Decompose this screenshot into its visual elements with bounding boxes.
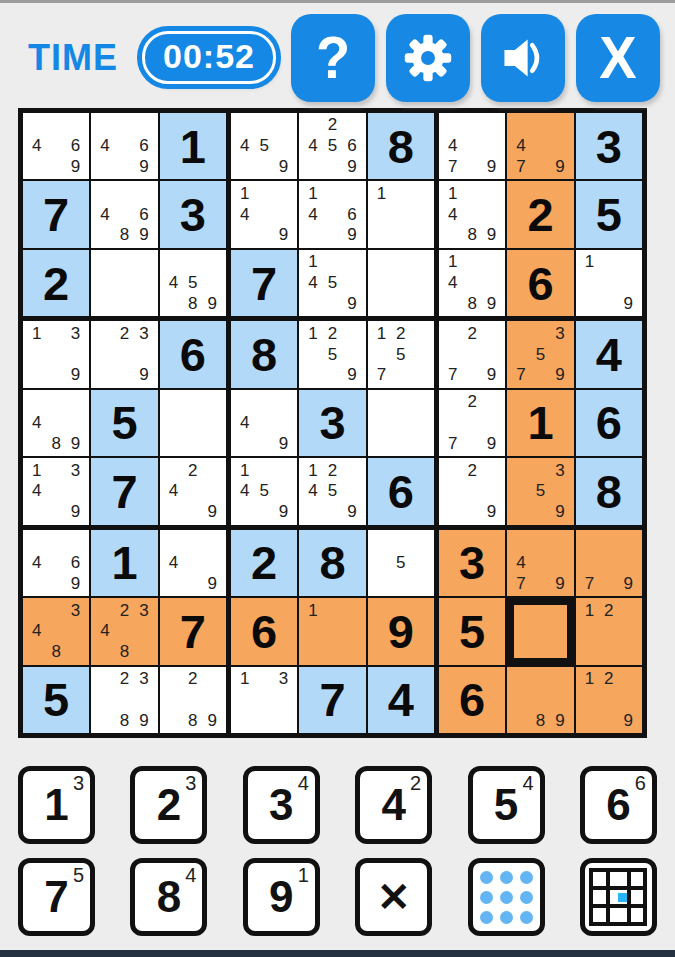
box-3: 47947931489251489619 — [439, 113, 642, 316]
cell-value: 2 — [43, 256, 69, 311]
digit-key-6[interactable]: 66 — [580, 766, 657, 844]
cell-r9c7[interactable]: 6 — [439, 667, 505, 733]
pencil-marks: 89 — [511, 669, 569, 731]
cell-value: 1 — [527, 395, 553, 450]
pencil-marks: 348 — [27, 600, 85, 662]
digit-count-badge: 3 — [185, 772, 196, 795]
cell-r3c2[interactable] — [91, 250, 157, 316]
cell-r1c3[interactable]: 1 — [160, 113, 226, 179]
cell-r6c8[interactable]: 359 — [507, 458, 573, 524]
pencil-dots-icon — [480, 871, 533, 924]
cell-value: 3 — [459, 535, 485, 590]
box-1: 469469174689324589 — [23, 113, 226, 316]
digit-label: 1 — [44, 783, 68, 827]
close-button[interactable]: X — [576, 14, 660, 102]
cell-value: 6 — [527, 256, 553, 311]
digit-count-badge: 1 — [298, 864, 309, 887]
cell-value: 1 — [180, 119, 206, 174]
digit-key-4[interactable]: 42 — [355, 766, 432, 844]
pencil-marks: 24569 — [303, 115, 361, 177]
cell-r9c2[interactable]: 2389 — [91, 667, 157, 733]
cell-r5c4[interactable]: 49 — [231, 390, 297, 456]
pencil-marks: 1 — [303, 600, 361, 662]
cell-value: 7 — [319, 672, 345, 727]
cell-r9c4[interactable]: 13 — [231, 667, 297, 733]
digit-label: 3 — [269, 783, 293, 827]
cell-r9c1[interactable]: 5 — [23, 667, 89, 733]
cell-r1c4[interactable]: 459 — [231, 113, 297, 179]
box-5: 8125912574931459124596 — [231, 321, 434, 524]
cell-r7c7[interactable]: 3 — [439, 530, 505, 596]
timer-display: 00:52 — [142, 31, 276, 84]
settings-button[interactable] — [386, 14, 470, 102]
cell-r1c8[interactable]: 479 — [507, 113, 573, 179]
pencil-marks: 489 — [27, 392, 85, 454]
question-icon: ? — [316, 28, 350, 87]
pencil-marks: 1489 — [443, 252, 501, 314]
cell-value: 5 — [459, 604, 485, 659]
pencil-marks: 1259 — [303, 323, 361, 385]
cell-r8c7[interactable]: 5 — [439, 598, 505, 664]
digit-count-badge: 3 — [73, 772, 84, 795]
digit-label: 9 — [269, 875, 293, 919]
cell-r7c1[interactable]: 469 — [23, 530, 89, 596]
cell-r4c4[interactable]: 8 — [231, 321, 297, 387]
digit-count-badge: 2 — [410, 772, 421, 795]
cell-r4c8[interactable]: 3579 — [507, 321, 573, 387]
pencil-marks: 12 — [580, 600, 638, 662]
cell-r6c7[interactable]: 29 — [439, 458, 505, 524]
cell-value: 9 — [388, 604, 414, 659]
sound-button[interactable] — [481, 14, 565, 102]
pencil-marks: 19 — [580, 252, 638, 314]
cell-r6c1[interactable]: 1349 — [23, 458, 89, 524]
cell-value: 5 — [43, 672, 69, 727]
digit-count-badge: 4 — [522, 772, 533, 795]
cell-r4c3[interactable]: 6 — [160, 321, 226, 387]
auto-candidates-button[interactable] — [580, 858, 657, 936]
pencil-marks: 2389 — [95, 669, 153, 731]
cell-r2c5[interactable]: 1469 — [299, 181, 365, 247]
pencil-marks: 79 — [580, 532, 638, 594]
digit-label: 8 — [157, 875, 181, 919]
pencil-marks: 479 — [511, 532, 569, 594]
cell-r1c5[interactable]: 24569 — [299, 113, 365, 179]
digit-label: 6 — [606, 783, 630, 827]
cell-r8c3[interactable]: 7 — [160, 598, 226, 664]
cell-value: 2 — [251, 535, 277, 590]
pencil-marks: 3579 — [511, 323, 569, 385]
cell-r2c7[interactable]: 1489 — [439, 181, 505, 247]
cell-r9c6[interactable]: 4 — [368, 667, 434, 733]
cell-r3c3[interactable]: 4589 — [160, 250, 226, 316]
digit-label: 5 — [494, 783, 518, 827]
cell-value: 7 — [251, 256, 277, 311]
box-7: 4691493482348752389289 — [23, 530, 226, 733]
cell-r1c1[interactable]: 469 — [23, 113, 89, 179]
pencil-marks: 5 — [372, 532, 430, 594]
digit-count-badge: 5 — [73, 864, 84, 887]
cell-r7c4[interactable]: 2 — [231, 530, 297, 596]
box-2: 4592456981491469171459 — [231, 113, 434, 316]
cell-r4c6[interactable]: 1257 — [368, 321, 434, 387]
cell-value: 5 — [596, 187, 622, 242]
cell-r3c9[interactable]: 19 — [576, 250, 642, 316]
pencil-marks: 249 — [164, 460, 222, 522]
digit-count-badge: 6 — [635, 772, 646, 795]
pencil-marks: 469 — [27, 532, 85, 594]
cell-value: 6 — [180, 327, 206, 382]
box-8: 2856191374 — [231, 530, 434, 733]
erase-button[interactable]: ✕ — [355, 858, 432, 936]
cell-r8c1[interactable]: 348 — [23, 598, 89, 664]
box-9: 347979512689129 — [439, 530, 642, 733]
pencil-marks: 279 — [443, 392, 501, 454]
sudoku-board: 4694691746893245894592456981491469171459… — [18, 108, 647, 738]
cell-value: 6 — [459, 672, 485, 727]
digit-count-badge: 4 — [298, 772, 309, 795]
cell-r3c1[interactable]: 2 — [23, 250, 89, 316]
pencil-marks: 129 — [580, 669, 638, 731]
pencil-marks: 4689 — [95, 183, 153, 245]
cell-r9c5[interactable]: 7 — [299, 667, 365, 733]
pencil-marks-button[interactable] — [468, 858, 545, 936]
pencil-marks: 4589 — [164, 252, 222, 314]
cell-r7c9[interactable]: 79 — [576, 530, 642, 596]
speaker-icon — [494, 29, 552, 87]
pencil-marks: 149 — [235, 183, 293, 245]
cell-value: 8 — [319, 535, 345, 590]
cell-r5c9[interactable]: 6 — [576, 390, 642, 456]
pencil-marks: 1459 — [235, 460, 293, 522]
cell-value: 3 — [596, 119, 622, 174]
cell-r9c3[interactable]: 289 — [160, 667, 226, 733]
digit-key-2[interactable]: 23 — [130, 766, 207, 844]
cell-r4c2[interactable]: 239 — [91, 321, 157, 387]
pencil-marks: 279 — [443, 323, 501, 385]
header-buttons: ? — [291, 14, 660, 102]
cell-r2c4[interactable]: 149 — [231, 181, 297, 247]
cell-r6c5[interactable]: 12459 — [299, 458, 365, 524]
cell-r6c3[interactable]: 249 — [160, 458, 226, 524]
selected-cell-r8c8[interactable] — [507, 598, 573, 664]
pencil-marks: 479 — [511, 115, 569, 177]
cell-r3c7[interactable]: 1489 — [439, 250, 505, 316]
pencil-marks: 459 — [235, 115, 293, 177]
pencil-marks: 13 — [235, 669, 293, 731]
cell-r6c9[interactable]: 8 — [576, 458, 642, 524]
digit-key-1[interactable]: 13 — [18, 766, 95, 844]
cell-r6c4[interactable]: 1459 — [231, 458, 297, 524]
cell-r2c6[interactable]: 1 — [368, 181, 434, 247]
cell-value: 7 — [111, 464, 137, 519]
digit-count-badge: 4 — [185, 864, 196, 887]
pencil-marks: 469 — [95, 115, 153, 177]
pencil-marks: 289 — [164, 669, 222, 731]
erase-icon: ✕ — [377, 874, 411, 920]
pencil-marks: 29 — [443, 460, 501, 522]
cell-value: 8 — [388, 119, 414, 174]
cell-r2c9[interactable]: 5 — [576, 181, 642, 247]
pencil-marks: 239 — [95, 323, 153, 385]
pencil-marks: 1257 — [372, 323, 430, 385]
cell-value: 7 — [180, 604, 206, 659]
cell-r9c8[interactable]: 89 — [507, 667, 573, 733]
cell-r8c4[interactable]: 6 — [231, 598, 297, 664]
cell-value: 3 — [319, 395, 345, 450]
cell-r7c5[interactable]: 8 — [299, 530, 365, 596]
cell-r1c2[interactable]: 469 — [91, 113, 157, 179]
number-pad: 132334425466 758491✕ — [18, 766, 657, 936]
digit-key-5[interactable]: 54 — [468, 766, 545, 844]
close-icon: X — [599, 28, 636, 87]
cell-r6c6[interactable]: 6 — [368, 458, 434, 524]
cell-r8c9[interactable]: 12 — [576, 598, 642, 664]
cell-value: 6 — [251, 604, 277, 659]
cell-r7c3[interactable]: 49 — [160, 530, 226, 596]
cell-r7c6[interactable]: 5 — [368, 530, 434, 596]
cell-r3c8[interactable]: 6 — [507, 250, 573, 316]
cell-r3c4[interactable]: 7 — [231, 250, 297, 316]
cell-r7c2[interactable]: 1 — [91, 530, 157, 596]
pencil-marks: 469 — [27, 115, 85, 177]
cell-r2c8[interactable]: 2 — [507, 181, 573, 247]
cell-r5c7[interactable]: 279 — [439, 390, 505, 456]
header: TIME 00:52 ? — [0, 3, 675, 102]
cell-r5c3[interactable] — [160, 390, 226, 456]
box-4: 1392396489513497249 — [23, 321, 226, 524]
cell-value: 2 — [527, 187, 553, 242]
pencil-marks: 12459 — [303, 460, 361, 522]
cell-value: 7 — [43, 187, 69, 242]
pencil-marks: 2348 — [95, 600, 153, 662]
cell-r8c2[interactable]: 2348 — [91, 598, 157, 664]
cell-value: 3 — [180, 187, 206, 242]
cell-r2c2[interactable]: 4689 — [91, 181, 157, 247]
cell-r7c8[interactable]: 479 — [507, 530, 573, 596]
cell-r6c2[interactable]: 7 — [91, 458, 157, 524]
cell-value: 1 — [111, 535, 137, 590]
digit-key-7[interactable]: 75 — [18, 858, 95, 936]
cell-value: 8 — [251, 327, 277, 382]
pencil-marks: 139 — [27, 323, 85, 385]
pencil-marks: 479 — [443, 115, 501, 177]
cell-r8c5[interactable]: 1 — [299, 598, 365, 664]
cell-r5c6[interactable] — [368, 390, 434, 456]
pencil-marks: 1489 — [443, 183, 501, 245]
bottom-divider — [0, 950, 675, 957]
cell-r2c3[interactable]: 3 — [160, 181, 226, 247]
pencil-marks: 49 — [164, 532, 222, 594]
mini-grid-icon — [589, 868, 647, 926]
pencil-marks: 1459 — [303, 252, 361, 314]
cell-r4c7[interactable]: 279 — [439, 321, 505, 387]
cell-r8c6[interactable]: 9 — [368, 598, 434, 664]
cell-r3c5[interactable]: 1459 — [299, 250, 365, 316]
cell-value: 5 — [111, 395, 137, 450]
cell-r5c1[interactable]: 489 — [23, 390, 89, 456]
digit-label: 7 — [44, 875, 68, 919]
pencil-marks: 359 — [511, 460, 569, 522]
cell-r4c5[interactable]: 1259 — [299, 321, 365, 387]
number-pad-row-2: 758491✕ — [18, 858, 657, 936]
cell-value: 4 — [596, 327, 622, 382]
pencil-marks: 1469 — [303, 183, 361, 245]
digit-key-8[interactable]: 84 — [130, 858, 207, 936]
cell-r5c8[interactable]: 1 — [507, 390, 573, 456]
gear-icon — [399, 29, 457, 87]
digit-label: 4 — [381, 783, 405, 827]
cell-r9c9[interactable]: 129 — [576, 667, 642, 733]
pencil-marks: 1 — [372, 183, 430, 245]
digit-label: 2 — [157, 783, 181, 827]
time-label: TIME — [28, 37, 118, 79]
cell-r1c7[interactable]: 479 — [439, 113, 505, 179]
cell-value: 6 — [388, 464, 414, 519]
cell-r5c2[interactable]: 5 — [91, 390, 157, 456]
cell-r5c5[interactable]: 3 — [299, 390, 365, 456]
cell-value: 4 — [388, 672, 414, 727]
cell-value: 8 — [596, 464, 622, 519]
pencil-marks: 49 — [235, 392, 293, 454]
cell-r1c9[interactable]: 3 — [576, 113, 642, 179]
cell-r4c1[interactable]: 139 — [23, 321, 89, 387]
digit-key-3[interactable]: 34 — [243, 766, 320, 844]
cell-r3c6[interactable] — [368, 250, 434, 316]
pencil-marks: 1349 — [27, 460, 85, 522]
cell-r1c6[interactable]: 8 — [368, 113, 434, 179]
cell-r4c9[interactable]: 4 — [576, 321, 642, 387]
cell-value: 6 — [596, 395, 622, 450]
help-button[interactable]: ? — [291, 14, 375, 102]
number-pad-row-1: 132334425466 — [18, 766, 657, 844]
digit-key-9[interactable]: 91 — [243, 858, 320, 936]
box-6: 2793579427916293598 — [439, 321, 642, 524]
cell-r2c1[interactable]: 7 — [23, 181, 89, 247]
